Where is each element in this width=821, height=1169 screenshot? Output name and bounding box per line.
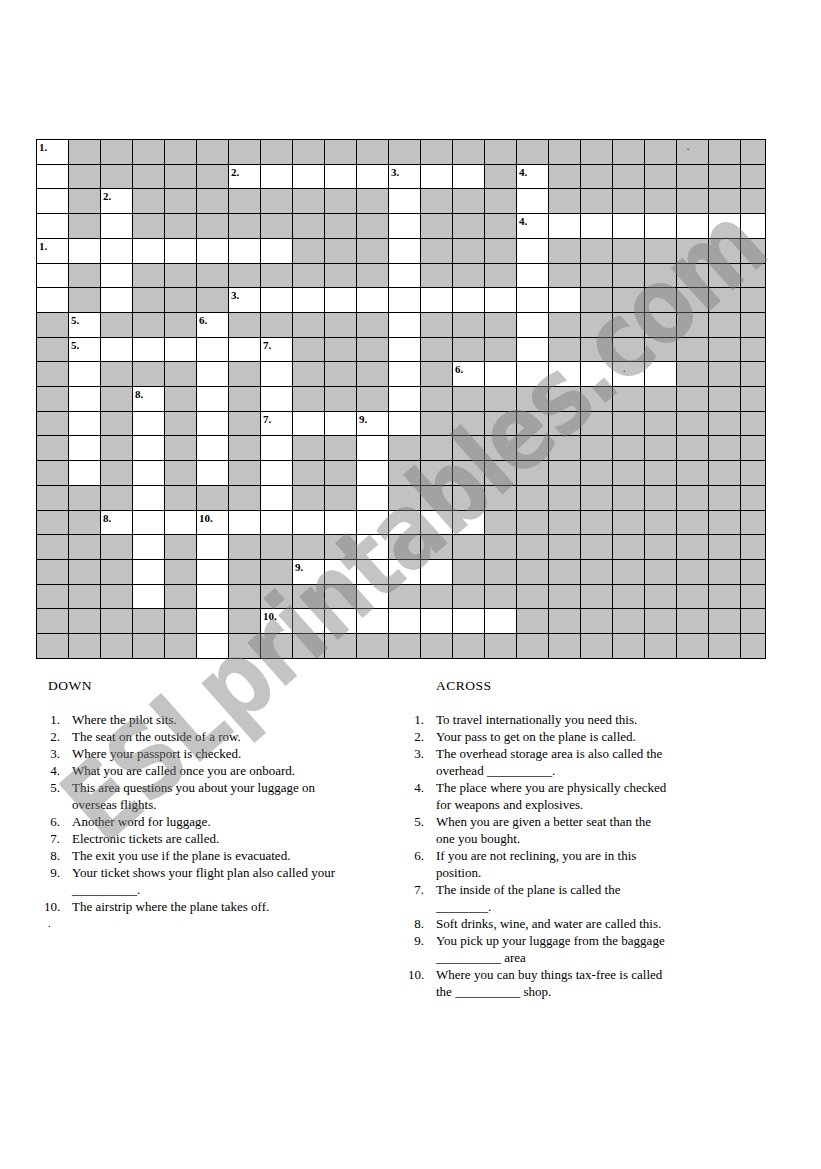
cell-r3-c20[interactable] <box>677 214 709 239</box>
cell-r12-c1[interactable] <box>69 436 101 461</box>
clue-number: 2. <box>103 189 111 203</box>
cell-r4-c1[interactable] <box>69 239 101 264</box>
clue-number: 6. <box>455 362 463 376</box>
cell-r20-c3 <box>133 634 165 659</box>
cell-r19-c10[interactable] <box>357 609 389 634</box>
cell-r13-c3[interactable] <box>133 461 165 486</box>
cell-r13-c10[interactable] <box>357 461 389 486</box>
cell-r5-c13 <box>453 264 485 289</box>
cell-r7-c6 <box>229 313 261 338</box>
cell-r17-c3[interactable] <box>133 560 165 585</box>
cell-r7-c11[interactable] <box>389 313 421 338</box>
down-clue-6: 6.Another word for luggage. <box>44 813 374 830</box>
cell-r17-c9[interactable] <box>325 560 357 585</box>
cell-r8-c12 <box>421 338 453 363</box>
cell-r2-c0[interactable] <box>37 189 69 214</box>
clue-number: 9. <box>359 412 367 426</box>
cell-r13-c19 <box>645 461 677 486</box>
cell-r2-c11[interactable] <box>389 189 421 214</box>
cell-r6-c3 <box>133 288 165 313</box>
cell-r4-c8 <box>293 239 325 264</box>
cell-r5-c20 <box>677 264 709 289</box>
cell-r16-c6 <box>229 535 261 560</box>
cell-r11-c12 <box>421 412 453 437</box>
cell-r2-c16 <box>549 189 581 214</box>
cell-r9-c19[interactable] <box>645 362 677 387</box>
clue-list-number: 10. <box>44 898 60 915</box>
cell-r1-c8[interactable] <box>293 165 325 190</box>
cell-r18-c9 <box>325 585 357 610</box>
cell-r5-c6 <box>229 264 261 289</box>
cell-r3-c2[interactable] <box>101 214 133 239</box>
clue-text: Your ticket shows your flight plan also … <box>72 864 335 898</box>
clue-list-number: 9. <box>44 864 60 898</box>
cell-r6-c18 <box>613 288 645 313</box>
cell-r5-c2[interactable] <box>101 264 133 289</box>
cell-r6-c16[interactable] <box>549 288 581 313</box>
cell-r3-c18[interactable] <box>613 214 645 239</box>
cell-r20-c11 <box>389 634 421 659</box>
cell-r4-c17 <box>581 239 613 264</box>
cell-r7-c9 <box>325 313 357 338</box>
cell-r0-c15 <box>517 140 549 165</box>
cell-r10-c2 <box>101 387 133 412</box>
cell-r10-c11[interactable] <box>389 387 421 412</box>
cell-r8-c14 <box>485 338 517 363</box>
cell-r0-c16 <box>549 140 581 165</box>
cell-r4-c7[interactable] <box>261 239 293 264</box>
cell-r3-c5 <box>197 214 229 239</box>
cell-r12-c13 <box>453 436 485 461</box>
cell-r8-c11[interactable] <box>389 338 421 363</box>
cell-r6-c10[interactable] <box>357 288 389 313</box>
down-clue-7: 7.Electronic tickets are called. <box>44 830 374 847</box>
cell-r11-c13 <box>453 412 485 437</box>
cell-r14-c15 <box>517 486 549 511</box>
cell-r4-c5[interactable] <box>197 239 229 264</box>
cell-r1-c10[interactable] <box>357 165 389 190</box>
cell-r3-c11[interactable] <box>389 214 421 239</box>
cell-r5-c21 <box>709 264 741 289</box>
cell-r19-c19 <box>645 609 677 634</box>
cell-r3-c21[interactable] <box>709 214 741 239</box>
cell-r14-c17 <box>581 486 613 511</box>
cell-r19-c9[interactable] <box>325 609 357 634</box>
cell-r18-c12 <box>421 585 453 610</box>
down-clue-8: 8.The exit you use if the plane is evacu… <box>44 847 374 864</box>
cell-r8-c4[interactable] <box>165 338 197 363</box>
cell-r1-c15[interactable]: 4. <box>517 165 549 190</box>
cell-r9-c9 <box>325 362 357 387</box>
cell-r17-c4 <box>165 560 197 585</box>
cell-r3-c10 <box>357 214 389 239</box>
cell-r9-c14[interactable] <box>485 362 517 387</box>
cell-r6-c12[interactable] <box>421 288 453 313</box>
cell-r7-c14 <box>485 313 517 338</box>
cell-r19-c12[interactable] <box>421 609 453 634</box>
cell-r18-c3[interactable] <box>133 585 165 610</box>
cell-r10-c4 <box>165 387 197 412</box>
clue-number: 1. <box>39 239 47 253</box>
cell-r6-c0[interactable] <box>37 288 69 313</box>
cell-r6-c1 <box>69 288 101 313</box>
cell-r7-c5[interactable]: 6. <box>197 313 229 338</box>
cell-r5-c15[interactable] <box>517 264 549 289</box>
cell-r19-c20 <box>677 609 709 634</box>
cell-r14-c22 <box>741 486 766 511</box>
cell-r0-c1 <box>69 140 101 165</box>
cell-r16-c10[interactable] <box>357 535 389 560</box>
cell-r5-c22 <box>741 264 766 289</box>
cell-r15-c6[interactable] <box>229 511 261 536</box>
cell-r8-c3[interactable] <box>133 338 165 363</box>
cell-r18-c7 <box>261 585 293 610</box>
cell-r12-c10[interactable] <box>357 436 389 461</box>
cell-r12-c5[interactable] <box>197 436 229 461</box>
cell-r18-c5[interactable] <box>197 585 229 610</box>
cell-r5-c18 <box>613 264 645 289</box>
cell-r16-c3[interactable] <box>133 535 165 560</box>
cell-r9-c3 <box>133 362 165 387</box>
cell-r6-c8[interactable] <box>293 288 325 313</box>
cell-r4-c16 <box>549 239 581 264</box>
clue-text: The place where you are physically check… <box>436 779 666 813</box>
clue-text: The exit you use if the plane is evacuat… <box>72 847 290 864</box>
cell-r16-c15 <box>517 535 549 560</box>
cell-r15-c10[interactable] <box>357 511 389 536</box>
cell-r7-c2 <box>101 313 133 338</box>
cell-r9-c15[interactable] <box>517 362 549 387</box>
across-clue-4: 4.The place where you are physically che… <box>408 779 753 813</box>
across-clue-7: 7.The inside of the plane is called the_… <box>408 881 753 915</box>
cell-r11-c10[interactable]: 9. <box>357 412 389 437</box>
cell-r9-c0 <box>37 362 69 387</box>
cell-r6-c17 <box>581 288 613 313</box>
cell-r18-c4 <box>165 585 197 610</box>
down-clue-9: 9.Your ticket shows your flight plan als… <box>44 864 374 898</box>
cell-r6-c5 <box>197 288 229 313</box>
cell-r10-c14 <box>485 387 517 412</box>
cell-r15-c21 <box>709 511 741 536</box>
cell-r1-c6[interactable]: 2. <box>229 165 261 190</box>
cell-r8-c2[interactable] <box>101 338 133 363</box>
cell-r2-c2[interactable]: 2. <box>101 189 133 214</box>
cell-r6-c7[interactable] <box>261 288 293 313</box>
cell-r6-c2[interactable] <box>101 288 133 313</box>
clue-text: Where you can buy things tax-free is cal… <box>436 966 662 1000</box>
cell-r3-c14 <box>485 214 517 239</box>
cell-r19-c22 <box>741 609 766 634</box>
cell-r0-c20: . <box>677 140 709 165</box>
cell-r4-c14 <box>485 239 517 264</box>
cell-r4-c3[interactable] <box>133 239 165 264</box>
cell-r11-c11[interactable] <box>389 412 421 437</box>
cell-r11-c1[interactable] <box>69 412 101 437</box>
clue-number: 9. <box>295 560 303 574</box>
cell-r0-c5 <box>197 140 229 165</box>
cell-r12-c2 <box>101 436 133 461</box>
cell-r14-c11 <box>389 486 421 511</box>
cell-r2-c14 <box>485 189 517 214</box>
cell-r9-c10 <box>357 362 389 387</box>
cell-r19-c15 <box>517 609 549 634</box>
cell-r5-c11[interactable] <box>389 264 421 289</box>
cell-r16-c17 <box>581 535 613 560</box>
cell-r14-c1 <box>69 486 101 511</box>
cell-r11-c14 <box>485 412 517 437</box>
cell-r6-c15[interactable] <box>517 288 549 313</box>
cell-r16-c18 <box>613 535 645 560</box>
cell-r7-c18 <box>613 313 645 338</box>
cell-r4-c6[interactable] <box>229 239 261 264</box>
cell-r5-c0[interactable] <box>37 264 69 289</box>
cell-r15-c12[interactable] <box>421 511 453 536</box>
cell-r2-c13 <box>453 189 485 214</box>
cell-r9-c16[interactable] <box>549 362 581 387</box>
cell-r10-c3[interactable]: 8. <box>133 387 165 412</box>
cell-r8-c17 <box>581 338 613 363</box>
cell-r5-c19 <box>645 264 677 289</box>
cell-r7-c17 <box>581 313 613 338</box>
cell-r2-c3 <box>133 189 165 214</box>
cell-r19-c5[interactable] <box>197 609 229 634</box>
cell-r15-c16 <box>549 511 581 536</box>
cell-r1-c13[interactable] <box>453 165 485 190</box>
cell-r4-c4[interactable] <box>165 239 197 264</box>
clue-text: You pick up your luggage from the baggag… <box>436 932 665 966</box>
cell-r11-c7[interactable]: 7. <box>261 412 293 437</box>
cell-r19-c6 <box>229 609 261 634</box>
cell-r1-c7[interactable] <box>261 165 293 190</box>
cell-r4-c11[interactable] <box>389 239 421 264</box>
cell-r16-c7 <box>261 535 293 560</box>
cell-r7-c0 <box>37 313 69 338</box>
cell-r10-c7[interactable] <box>261 387 293 412</box>
cell-r4-c22 <box>741 239 766 264</box>
cell-r5-c1 <box>69 264 101 289</box>
cell-r16-c0 <box>37 535 69 560</box>
cell-r9-c11[interactable] <box>389 362 421 387</box>
cell-r3-c19[interactable] <box>645 214 677 239</box>
cell-r12-c16 <box>549 436 581 461</box>
cell-r8-c15[interactable] <box>517 338 549 363</box>
cell-r15-c13[interactable] <box>453 511 485 536</box>
cell-r2-c20 <box>677 189 709 214</box>
cell-r14-c9 <box>325 486 357 511</box>
cell-r19-c8[interactable] <box>293 609 325 634</box>
across-clue-10: 10.Where you can buy things tax-free is … <box>408 966 753 1000</box>
cell-r10-c1[interactable] <box>69 387 101 412</box>
cell-r15-c4[interactable] <box>165 511 197 536</box>
cell-r1-c0[interactable] <box>37 165 69 190</box>
cell-r1-c22 <box>741 165 766 190</box>
cell-r0-c7 <box>261 140 293 165</box>
cell-r5-c17 <box>581 264 613 289</box>
cell-r20-c0 <box>37 634 69 659</box>
cell-r8-c6[interactable] <box>229 338 261 363</box>
cell-r7-c1[interactable]: 5. <box>69 313 101 338</box>
across-clue-1: 1.To travel internationally you need thi… <box>408 711 753 728</box>
cell-r19-c7[interactable]: 10. <box>261 609 293 634</box>
cell-r4-c2[interactable] <box>101 239 133 264</box>
cell-r13-c1[interactable] <box>69 461 101 486</box>
across-clue-8: 8.Soft drinks, wine, and water are calle… <box>408 915 753 932</box>
cell-r2-c4 <box>165 189 197 214</box>
cell-r15-c3[interactable] <box>133 511 165 536</box>
cell-r2-c15[interactable] <box>517 189 549 214</box>
clue-list-number: 9. <box>408 932 424 966</box>
cell-r17-c12[interactable] <box>421 560 453 585</box>
cell-r8-c5[interactable] <box>197 338 229 363</box>
cell-r7-c21 <box>709 313 741 338</box>
cell-r20-c15 <box>517 634 549 659</box>
cell-r8-c0 <box>37 338 69 363</box>
cell-r11-c3[interactable] <box>133 412 165 437</box>
cell-r9-c17[interactable] <box>581 362 613 387</box>
cell-r11-c5[interactable] <box>197 412 229 437</box>
cell-r4-c21 <box>709 239 741 264</box>
cell-r6-c14[interactable] <box>485 288 517 313</box>
cell-r10-c5[interactable] <box>197 387 229 412</box>
cell-r0-c11 <box>389 140 421 165</box>
cell-r14-c6 <box>229 486 261 511</box>
cell-r3-c16[interactable] <box>549 214 581 239</box>
cell-r15-c7[interactable] <box>261 511 293 536</box>
clue-number: 3. <box>231 288 239 302</box>
cell-r9-c1[interactable] <box>69 362 101 387</box>
cell-r1-c18 <box>613 165 645 190</box>
cell-r3-c0[interactable] <box>37 214 69 239</box>
cell-r2-c7 <box>261 189 293 214</box>
cell-r13-c13 <box>453 461 485 486</box>
cell-r12-c3[interactable] <box>133 436 165 461</box>
cell-r6-c19 <box>645 288 677 313</box>
cell-r13-c7[interactable] <box>261 461 293 486</box>
cell-r0-c8 <box>293 140 325 165</box>
cell-r18-c16 <box>549 585 581 610</box>
cell-r17-c5[interactable] <box>197 560 229 585</box>
cell-r18-c19 <box>645 585 677 610</box>
cell-r20-c16 <box>549 634 581 659</box>
cell-r19-c11[interactable] <box>389 609 421 634</box>
cell-r14-c3[interactable] <box>133 486 165 511</box>
clue-text: The airstrip where the plane takes off. <box>72 898 269 915</box>
cell-r18-c20 <box>677 585 709 610</box>
cell-r6-c11[interactable] <box>389 288 421 313</box>
cell-r9-c13[interactable]: 6. <box>453 362 485 387</box>
cell-r14-c7[interactable] <box>261 486 293 511</box>
cell-r6-c13[interactable] <box>453 288 485 313</box>
cell-r7-c15[interactable] <box>517 313 549 338</box>
cell-r16-c13 <box>453 535 485 560</box>
cell-r12-c19 <box>645 436 677 461</box>
cell-r20-c19 <box>645 634 677 659</box>
cell-r4-c0[interactable]: 1. <box>37 239 69 264</box>
clue-number: 8. <box>135 387 143 401</box>
cell-r15-c2[interactable]: 8. <box>101 511 133 536</box>
cell-r13-c20 <box>677 461 709 486</box>
cell-r11-c21 <box>709 412 741 437</box>
cell-r9-c5[interactable] <box>197 362 229 387</box>
cell-r16-c5[interactable] <box>197 535 229 560</box>
cell-r0-c0[interactable]: 1. <box>37 140 69 165</box>
clue-list-number: 2. <box>408 728 424 745</box>
cell-r2-c8 <box>293 189 325 214</box>
cell-r0-c4 <box>165 140 197 165</box>
cell-r18-c6 <box>229 585 261 610</box>
cell-r15-c8[interactable] <box>293 511 325 536</box>
cell-r6-c9[interactable] <box>325 288 357 313</box>
clue-list-number: 5. <box>44 779 60 813</box>
cell-r15-c5[interactable]: 10. <box>197 511 229 536</box>
cell-r14-c13 <box>453 486 485 511</box>
cell-r6-c6[interactable]: 3. <box>229 288 261 313</box>
cell-r1-c11[interactable]: 3. <box>389 165 421 190</box>
cell-r3-c15[interactable]: 4. <box>517 214 549 239</box>
cell-r16-c8 <box>293 535 325 560</box>
cell-r19-c18 <box>613 609 645 634</box>
cell-r1-c9[interactable] <box>325 165 357 190</box>
down-clue-1: 1.Where the pilot sits. <box>44 711 374 728</box>
worksheet-page: 1..2.3.4.2.4.1.3.5.6.5.7.6..8.7.9.8.10.9… <box>0 0 821 1169</box>
cell-r12-c7[interactable] <box>261 436 293 461</box>
cell-r15-c9[interactable] <box>325 511 357 536</box>
cell-r9-c20 <box>677 362 709 387</box>
cell-r8-c1[interactable]: 5. <box>69 338 101 363</box>
cell-r11-c17 <box>581 412 613 437</box>
cell-r14-c2 <box>101 486 133 511</box>
cell-r17-c22 <box>741 560 766 585</box>
cell-r9-c18[interactable]: . <box>613 362 645 387</box>
cell-r17-c10[interactable] <box>357 560 389 585</box>
cell-r13-c2 <box>101 461 133 486</box>
cell-r13-c5[interactable] <box>197 461 229 486</box>
cell-r17-c14 <box>485 560 517 585</box>
cell-r12-c12 <box>421 436 453 461</box>
cell-r8-c7[interactable]: 7. <box>261 338 293 363</box>
cell-r11-c9[interactable] <box>325 412 357 437</box>
cell-r3-c17[interactable] <box>581 214 613 239</box>
cell-r10-c6 <box>229 387 261 412</box>
cell-r14-c10[interactable] <box>357 486 389 511</box>
cell-r10-c21 <box>709 387 741 412</box>
across-clue-9: 9.You pick up your luggage from the bagg… <box>408 932 753 966</box>
cell-r9-c7[interactable] <box>261 362 293 387</box>
cell-r17-c1 <box>69 560 101 585</box>
cell-r19-c13[interactable] <box>453 609 485 634</box>
cell-r15-c11[interactable] <box>389 511 421 536</box>
cell-r4-c15[interactable] <box>517 239 549 264</box>
cell-r5-c4 <box>165 264 197 289</box>
cell-r13-c21 <box>709 461 741 486</box>
cell-r8-c9 <box>325 338 357 363</box>
cell-r12-c15 <box>517 436 549 461</box>
cell-r17-c8[interactable]: 9. <box>293 560 325 585</box>
cell-r20-c9 <box>325 634 357 659</box>
cell-r18-c10[interactable] <box>357 585 389 610</box>
cell-r17-c11[interactable] <box>389 560 421 585</box>
cell-r11-c8[interactable] <box>293 412 325 437</box>
cell-r9-c2 <box>101 362 133 387</box>
cell-r1-c12[interactable] <box>421 165 453 190</box>
cell-r8-c13 <box>453 338 485 363</box>
cell-r20-c4 <box>165 634 197 659</box>
cell-r3-c9 <box>325 214 357 239</box>
cell-r3-c22[interactable] <box>741 214 766 239</box>
cell-r19-c14[interactable] <box>485 609 517 634</box>
cell-r20-c5[interactable] <box>197 634 229 659</box>
cell-r10-c12 <box>421 387 453 412</box>
